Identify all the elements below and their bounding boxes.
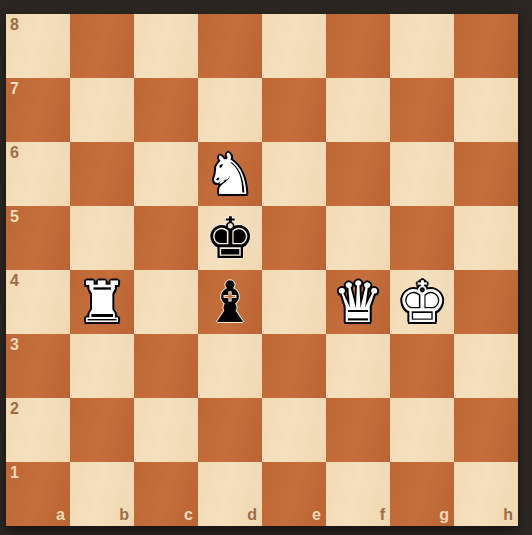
rank-label-2: 2: [10, 401, 19, 417]
square-c3[interactable]: [134, 334, 198, 398]
file-label-d: d: [247, 507, 257, 523]
square-e2[interactable]: [262, 398, 326, 462]
file-label-f: f: [380, 507, 385, 523]
piece-white-knight[interactable]: ♞: [204, 142, 255, 206]
square-g1[interactable]: g: [390, 462, 454, 526]
square-f7[interactable]: [326, 78, 390, 142]
square-d6[interactable]: ♞: [198, 142, 262, 206]
rank-label-5: 5: [10, 209, 19, 225]
square-c8[interactable]: [134, 14, 198, 78]
square-f1[interactable]: f: [326, 462, 390, 526]
piece-white-queen[interactable]: ♛: [332, 270, 383, 334]
square-f4[interactable]: ♛: [326, 270, 390, 334]
square-h8[interactable]: [454, 14, 518, 78]
square-d2[interactable]: [198, 398, 262, 462]
square-f5[interactable]: [326, 206, 390, 270]
square-h3[interactable]: [454, 334, 518, 398]
square-c2[interactable]: [134, 398, 198, 462]
square-h4[interactable]: [454, 270, 518, 334]
square-c5[interactable]: [134, 206, 198, 270]
square-b2[interactable]: [70, 398, 134, 462]
square-b4[interactable]: ♜: [70, 270, 134, 334]
rank-label-1: 1: [10, 465, 19, 481]
file-label-c: c: [184, 507, 193, 523]
file-label-a: a: [56, 507, 65, 523]
file-label-g: g: [439, 507, 449, 523]
square-b6[interactable]: [70, 142, 134, 206]
rank-label-4: 4: [10, 273, 19, 289]
piece-white-king[interactable]: ♚: [396, 270, 447, 334]
square-e3[interactable]: [262, 334, 326, 398]
square-g8[interactable]: [390, 14, 454, 78]
piece-white-rook[interactable]: ♜: [76, 270, 127, 334]
square-c6[interactable]: [134, 142, 198, 206]
chess-app: 876♞5♚4♜♝♛♚321abcdefgh: [0, 0, 532, 535]
piece-black-king[interactable]: ♚: [204, 206, 255, 270]
square-e4[interactable]: [262, 270, 326, 334]
square-g3[interactable]: [390, 334, 454, 398]
square-e7[interactable]: [262, 78, 326, 142]
square-g5[interactable]: [390, 206, 454, 270]
square-e8[interactable]: [262, 14, 326, 78]
square-h1[interactable]: h: [454, 462, 518, 526]
square-c1[interactable]: c: [134, 462, 198, 526]
square-a7[interactable]: 7: [6, 78, 70, 142]
square-d5[interactable]: ♚: [198, 206, 262, 270]
file-label-b: b: [119, 507, 129, 523]
square-g2[interactable]: [390, 398, 454, 462]
file-label-e: e: [312, 507, 321, 523]
square-h5[interactable]: [454, 206, 518, 270]
square-f8[interactable]: [326, 14, 390, 78]
square-d1[interactable]: d: [198, 462, 262, 526]
chess-board: 876♞5♚4♜♝♛♚321abcdefgh: [6, 14, 518, 526]
square-d3[interactable]: [198, 334, 262, 398]
square-a8[interactable]: 8: [6, 14, 70, 78]
square-g7[interactable]: [390, 78, 454, 142]
square-f6[interactable]: [326, 142, 390, 206]
square-f3[interactable]: [326, 334, 390, 398]
square-a4[interactable]: 4: [6, 270, 70, 334]
square-d4[interactable]: ♝: [198, 270, 262, 334]
rank-label-6: 6: [10, 145, 19, 161]
square-c7[interactable]: [134, 78, 198, 142]
square-d8[interactable]: [198, 14, 262, 78]
square-a6[interactable]: 6: [6, 142, 70, 206]
square-b7[interactable]: [70, 78, 134, 142]
square-b1[interactable]: b: [70, 462, 134, 526]
square-h2[interactable]: [454, 398, 518, 462]
rank-label-8: 8: [10, 17, 19, 33]
square-d7[interactable]: [198, 78, 262, 142]
square-g4[interactable]: ♚: [390, 270, 454, 334]
square-a1[interactable]: 1a: [6, 462, 70, 526]
square-f2[interactable]: [326, 398, 390, 462]
file-label-h: h: [503, 507, 513, 523]
square-a3[interactable]: 3: [6, 334, 70, 398]
square-h7[interactable]: [454, 78, 518, 142]
square-e1[interactable]: e: [262, 462, 326, 526]
square-e6[interactable]: [262, 142, 326, 206]
square-c4[interactable]: [134, 270, 198, 334]
rank-label-7: 7: [10, 81, 19, 97]
square-e5[interactable]: [262, 206, 326, 270]
square-b8[interactable]: [70, 14, 134, 78]
square-g6[interactable]: [390, 142, 454, 206]
square-h6[interactable]: [454, 142, 518, 206]
square-a2[interactable]: 2: [6, 398, 70, 462]
square-b3[interactable]: [70, 334, 134, 398]
square-b5[interactable]: [70, 206, 134, 270]
rank-label-3: 3: [10, 337, 19, 353]
square-a5[interactable]: 5: [6, 206, 70, 270]
piece-black-bishop[interactable]: ♝: [204, 270, 255, 334]
